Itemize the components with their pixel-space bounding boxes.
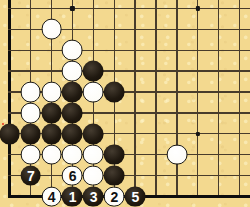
stone-black — [62, 82, 83, 103]
star-point — [196, 6, 200, 10]
stone-black — [41, 123, 62, 144]
move-stone-white: 4 — [41, 186, 62, 207]
move-number-label: 7 — [27, 169, 34, 183]
stone-white — [62, 40, 83, 61]
stone-black — [83, 123, 104, 144]
move-stone-black: 3 — [83, 186, 104, 207]
stone-white — [83, 165, 104, 186]
stone-white — [41, 82, 62, 103]
stone-white — [62, 144, 83, 165]
stone-black — [104, 144, 125, 165]
move-stone-black: 5 — [125, 186, 146, 207]
move-number-label: 3 — [90, 189, 97, 203]
move-stone-black: 7 — [20, 165, 41, 186]
go-board-diagram: 7641325 — [0, 0, 250, 207]
grid-line-horizontal — [8, 175, 250, 176]
stone-white — [83, 144, 104, 165]
go-board[interactable]: 7641325 — [0, 0, 250, 207]
stone-white — [20, 82, 41, 103]
move-number-label: 4 — [48, 189, 55, 203]
stone-white — [20, 144, 41, 165]
stone-white — [166, 144, 187, 165]
move-number-label: 5 — [131, 189, 138, 203]
move-stone-black: 1 — [62, 186, 83, 207]
stone-black — [83, 61, 104, 82]
stone-black — [62, 123, 83, 144]
grid-line-horizontal — [8, 8, 250, 9]
star-point — [70, 6, 74, 10]
stone-white — [20, 102, 41, 123]
stone-black — [0, 123, 20, 144]
stone-black — [104, 165, 125, 186]
stone-white — [41, 19, 62, 40]
grid-line-horizontal — [8, 70, 250, 71]
move-number-label: 6 — [69, 169, 76, 183]
move-number-label: 1 — [69, 189, 76, 203]
stone-black — [62, 102, 83, 123]
move-stone-white: 2 — [104, 186, 125, 207]
stone-black — [20, 123, 41, 144]
stone-white — [62, 61, 83, 82]
stone-black — [104, 82, 125, 103]
stone-black — [41, 102, 62, 123]
red-speck-mark — [2, 123, 4, 125]
star-point — [196, 132, 200, 136]
grid-line-horizontal — [8, 50, 250, 51]
move-number-label: 2 — [111, 189, 118, 203]
move-stone-white: 6 — [62, 165, 83, 186]
stone-white — [41, 144, 62, 165]
stone-white — [83, 82, 104, 103]
